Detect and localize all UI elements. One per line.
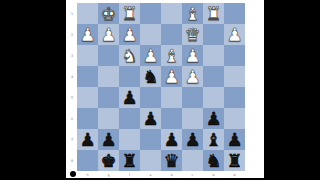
rank-label-4: 4 — [69, 71, 75, 83]
black-king-g8[interactable]: ♚ — [100, 150, 116, 171]
square-e6[interactable]: ♟ — [140, 108, 161, 129]
square-a3[interactable] — [224, 45, 245, 66]
file-label-e: e — [145, 172, 157, 176]
white-bishop-d3[interactable]: ♝ — [163, 45, 179, 66]
square-h5[interactable] — [77, 87, 98, 108]
rank-label-3: 3 — [69, 50, 75, 62]
white-pawn-e3[interactable]: ♟ — [142, 45, 158, 66]
square-c4[interactable]: ♟ — [182, 66, 203, 87]
black-pawn-a7[interactable]: ♟ — [226, 129, 242, 150]
rank-label-1: 1 — [69, 8, 75, 20]
rank-label-8: 8 — [69, 155, 75, 167]
square-g2[interactable]: ♟ — [98, 24, 119, 45]
square-c8[interactable] — [182, 150, 203, 171]
black-queen-d8[interactable]: ♛ — [163, 150, 179, 171]
square-h4[interactable] — [77, 66, 98, 87]
black-bishop-b7[interactable]: ♝ — [205, 129, 221, 150]
square-b6[interactable]: ♟ — [203, 108, 224, 129]
square-f1[interactable]: ♜ — [119, 3, 140, 24]
rank-label-6: 6 — [69, 113, 75, 125]
square-a2[interactable]: ♟ — [224, 24, 245, 45]
square-h3[interactable] — [77, 45, 98, 66]
square-h7[interactable]: ♟ — [77, 129, 98, 150]
black-knight-e4[interactable]: ♞ — [142, 66, 158, 87]
square-g4[interactable] — [98, 66, 119, 87]
white-pawn-h2[interactable]: ♟ — [79, 24, 95, 45]
square-e8[interactable] — [140, 150, 161, 171]
square-h2[interactable]: ♟ — [77, 24, 98, 45]
chess-board[interactable]: ♚♜♝♜♟♟♟♛♟♞♟♝♟♞♟♟♟♟♟♟♟♟♟♝♟♚♜♛♞♜ — [77, 3, 245, 171]
file-label-b: b — [208, 172, 220, 176]
square-a4[interactable] — [224, 66, 245, 87]
square-b2[interactable] — [203, 24, 224, 45]
screenshot-stage: 12345678 ♚♜♝♜♟♟♟♛♟♞♟♝♟♞♟♟♟♟♟♟♟♟♟♝♟♚♜♛♞♜ … — [0, 0, 320, 180]
white-pawn-g2[interactable]: ♟ — [100, 24, 116, 45]
file-label-h: h — [82, 172, 94, 176]
square-b4[interactable] — [203, 66, 224, 87]
square-g3[interactable] — [98, 45, 119, 66]
file-label-a: a — [229, 172, 241, 176]
white-pawn-c4[interactable]: ♟ — [184, 66, 200, 87]
side-to-move-indicator — [70, 171, 76, 177]
square-b1[interactable]: ♜ — [203, 3, 224, 24]
square-g5[interactable] — [98, 87, 119, 108]
square-a6[interactable] — [224, 108, 245, 129]
file-labels: hgfedcba — [77, 170, 245, 178]
square-e4[interactable]: ♞ — [140, 66, 161, 87]
white-pawn-d4[interactable]: ♟ — [163, 66, 179, 87]
square-a5[interactable] — [224, 87, 245, 108]
rank-label-5: 5 — [69, 92, 75, 104]
square-f5[interactable]: ♟ — [119, 87, 140, 108]
square-d2[interactable] — [161, 24, 182, 45]
square-c5[interactable] — [182, 87, 203, 108]
file-label-f: f — [124, 172, 136, 176]
black-pawn-e6[interactable]: ♟ — [142, 108, 158, 129]
black-pawn-h7[interactable]: ♟ — [79, 129, 95, 150]
rank-label-7: 7 — [69, 134, 75, 146]
square-h1[interactable] — [77, 3, 98, 24]
square-f8[interactable]: ♜ — [119, 150, 140, 171]
square-e5[interactable] — [140, 87, 161, 108]
square-d5[interactable] — [161, 87, 182, 108]
square-f2[interactable]: ♟ — [119, 24, 140, 45]
file-label-g: g — [103, 172, 115, 176]
white-pawn-a2[interactable]: ♟ — [226, 24, 242, 45]
square-b5[interactable] — [203, 87, 224, 108]
square-d3[interactable]: ♝ — [161, 45, 182, 66]
white-pawn-c3[interactable]: ♟ — [184, 45, 200, 66]
rank-labels: 12345678 — [67, 3, 77, 171]
square-f3[interactable]: ♞ — [119, 45, 140, 66]
square-b7[interactable]: ♝ — [203, 129, 224, 150]
square-e1[interactable] — [140, 3, 161, 24]
black-rook-a8[interactable]: ♜ — [226, 150, 242, 171]
square-c2[interactable]: ♛ — [182, 24, 203, 45]
square-g6[interactable] — [98, 108, 119, 129]
square-f4[interactable] — [119, 66, 140, 87]
square-g8[interactable]: ♚ — [98, 150, 119, 171]
file-label-c: c — [187, 172, 199, 176]
square-h8[interactable] — [77, 150, 98, 171]
black-knight-b8[interactable]: ♞ — [205, 150, 221, 171]
white-knight-f3[interactable]: ♞ — [121, 45, 137, 66]
white-king-g1[interactable]: ♚ — [100, 3, 116, 24]
square-h6[interactable] — [77, 108, 98, 129]
black-pawn-f5[interactable]: ♟ — [121, 87, 137, 108]
black-pawn-c7[interactable]: ♟ — [184, 129, 200, 150]
square-c6[interactable] — [182, 108, 203, 129]
black-pawn-d7[interactable]: ♟ — [163, 129, 179, 150]
white-rook-f1[interactable]: ♜ — [121, 3, 137, 24]
board-panel: 12345678 ♚♜♝♜♟♟♟♛♟♞♟♝♟♞♟♟♟♟♟♟♟♟♟♝♟♚♜♛♞♜ … — [66, 0, 264, 178]
black-pawn-b6[interactable]: ♟ — [205, 108, 221, 129]
black-rook-f8[interactable]: ♜ — [121, 150, 137, 171]
square-a7[interactable]: ♟ — [224, 129, 245, 150]
white-pawn-f2[interactable]: ♟ — [121, 24, 137, 45]
square-b8[interactable]: ♞ — [203, 150, 224, 171]
square-c7[interactable]: ♟ — [182, 129, 203, 150]
square-e7[interactable] — [140, 129, 161, 150]
white-bishop-c1[interactable]: ♝ — [184, 3, 200, 24]
square-e3[interactable]: ♟ — [140, 45, 161, 66]
square-d8[interactable]: ♛ — [161, 150, 182, 171]
square-d4[interactable]: ♟ — [161, 66, 182, 87]
square-g7[interactable]: ♟ — [98, 129, 119, 150]
black-pawn-g7[interactable]: ♟ — [100, 129, 116, 150]
square-g1[interactable]: ♚ — [98, 3, 119, 24]
square-d7[interactable]: ♟ — [161, 129, 182, 150]
square-d6[interactable] — [161, 108, 182, 129]
square-c3[interactable]: ♟ — [182, 45, 203, 66]
square-e2[interactable] — [140, 24, 161, 45]
square-f7[interactable] — [119, 129, 140, 150]
square-a8[interactable]: ♜ — [224, 150, 245, 171]
white-rook-b1[interactable]: ♜ — [205, 3, 221, 24]
square-a1[interactable] — [224, 3, 245, 24]
white-queen-c2[interactable]: ♛ — [184, 24, 200, 45]
square-f6[interactable] — [119, 108, 140, 129]
square-c1[interactable]: ♝ — [182, 3, 203, 24]
rank-label-2: 2 — [69, 29, 75, 41]
file-label-d: d — [166, 172, 178, 176]
square-b3[interactable] — [203, 45, 224, 66]
square-d1[interactable] — [161, 3, 182, 24]
